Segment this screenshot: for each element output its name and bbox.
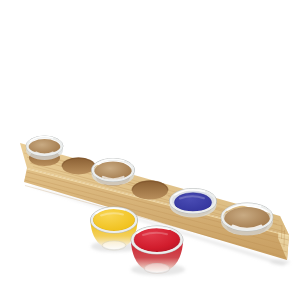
glass-dish-1 xyxy=(26,136,63,160)
paint-tray-scene xyxy=(0,0,300,300)
glass-dish-3 xyxy=(92,159,135,186)
blue-paint-dish xyxy=(170,189,217,218)
product-photo xyxy=(0,0,300,300)
glass-dish-6 xyxy=(221,203,273,236)
